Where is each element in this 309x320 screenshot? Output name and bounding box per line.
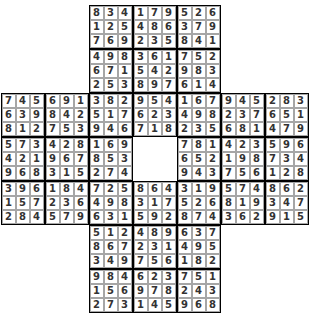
cell-r10c21[interactable]: 6 — [294, 138, 308, 152]
block-r2c4: 361542897 — [133, 49, 177, 93]
cell-r20c15[interactable]: 3 — [206, 284, 220, 298]
cell-r10c6[interactable]: 8 — [74, 138, 88, 152]
cell-r15c12[interactable]: 2 — [162, 210, 176, 224]
cell-r3c8[interactable]: 6 — [104, 34, 118, 48]
cell-r4c10[interactable]: 3 — [134, 50, 148, 64]
cell-r14c18[interactable]: 9 — [250, 196, 264, 210]
cell-r11c13[interactable]: 6 — [178, 152, 192, 166]
cell-r14c9[interactable]: 8 — [118, 196, 132, 210]
cell-r3c9[interactable]: 9 — [118, 34, 132, 48]
cell-r11c1[interactable]: 4 — [2, 152, 16, 166]
cell-r2c15[interactable]: 9 — [206, 20, 220, 34]
cell-r18c12[interactable]: 6 — [162, 254, 176, 268]
cell-r11c18[interactable]: 8 — [250, 152, 264, 166]
cell-r6c13[interactable]: 6 — [178, 78, 192, 92]
cell-r12c8[interactable]: 7 — [104, 166, 118, 180]
cell-r7c3[interactable]: 5 — [30, 94, 44, 108]
cell-r5c9[interactable]: 1 — [118, 64, 132, 78]
cell-r18c13[interactable]: 1 — [178, 254, 192, 268]
cell-r8c20[interactable]: 5 — [280, 108, 294, 122]
cell-r9c15[interactable]: 5 — [206, 122, 220, 136]
cell-r10c20[interactable]: 9 — [280, 138, 294, 152]
cell-r15c4[interactable]: 5 — [46, 210, 60, 224]
cell-r16c9[interactable]: 2 — [118, 226, 132, 240]
cell-r14c4[interactable]: 2 — [46, 196, 60, 210]
cell-r20c12[interactable]: 8 — [162, 284, 176, 298]
cell-r11c15[interactable]: 2 — [206, 152, 220, 166]
cell-r1c14[interactable]: 2 — [192, 6, 206, 20]
cell-r8c17[interactable]: 3 — [236, 108, 250, 122]
cell-r20c7[interactable]: 1 — [90, 284, 104, 298]
cell-r7c20[interactable]: 8 — [280, 94, 294, 108]
cell-r15c15[interactable]: 4 — [206, 210, 220, 224]
cell-r21c9[interactable]: 3 — [118, 298, 132, 312]
cell-r15c10[interactable]: 5 — [134, 210, 148, 224]
cell-r2c9[interactable]: 5 — [118, 20, 132, 34]
cell-r11c20[interactable]: 3 — [280, 152, 294, 166]
cell-r21c11[interactable]: 4 — [148, 298, 162, 312]
cell-r4c15[interactable]: 2 — [206, 50, 220, 64]
cell-r11c2[interactable]: 2 — [16, 152, 30, 166]
cell-r14c21[interactable]: 7 — [294, 196, 308, 210]
cell-r2c12[interactable]: 6 — [162, 20, 176, 34]
cell-r12c21[interactable]: 8 — [294, 166, 308, 180]
cell-r1c10[interactable]: 1 — [134, 6, 148, 20]
cell-r16c14[interactable]: 3 — [192, 226, 206, 240]
cell-r21c10[interactable]: 1 — [134, 298, 148, 312]
cell-r20c14[interactable]: 4 — [192, 284, 206, 298]
cell-r21c13[interactable]: 9 — [178, 298, 192, 312]
cell-r15c8[interactable]: 3 — [104, 210, 118, 224]
cell-r6c14[interactable]: 1 — [192, 78, 206, 92]
cell-r2c14[interactable]: 7 — [192, 20, 206, 34]
cell-r10c13[interactable]: 7 — [178, 138, 192, 152]
cell-r15c5[interactable]: 7 — [60, 210, 74, 224]
cell-r15c2[interactable]: 8 — [16, 210, 30, 224]
cell-r7c2[interactable]: 4 — [16, 94, 30, 108]
cell-r7c10[interactable]: 9 — [134, 94, 148, 108]
cell-r10c16[interactable]: 4 — [222, 138, 236, 152]
cell-r12c5[interactable]: 1 — [60, 166, 74, 180]
cell-r7c4[interactable]: 6 — [46, 94, 60, 108]
cell-r10c19[interactable]: 5 — [266, 138, 280, 152]
cell-r17c15[interactable]: 5 — [206, 240, 220, 254]
cell-r14c20[interactable]: 4 — [280, 196, 294, 210]
cell-r10c14[interactable]: 8 — [192, 138, 206, 152]
cell-r11c14[interactable]: 5 — [192, 152, 206, 166]
cell-r14c14[interactable]: 2 — [192, 196, 206, 210]
cell-r7c16[interactable]: 9 — [222, 94, 236, 108]
cell-r9c16[interactable]: 6 — [222, 122, 236, 136]
cell-r14c11[interactable]: 1 — [148, 196, 162, 210]
cell-r13c14[interactable]: 1 — [192, 182, 206, 196]
cell-r1c13[interactable]: 5 — [178, 6, 192, 20]
cell-r16c15[interactable]: 7 — [206, 226, 220, 240]
cell-r9c17[interactable]: 8 — [236, 122, 250, 136]
cell-r8c11[interactable]: 2 — [148, 108, 162, 122]
cell-r4c14[interactable]: 5 — [192, 50, 206, 64]
cell-r13c8[interactable]: 2 — [104, 182, 118, 196]
cell-r17c12[interactable]: 1 — [162, 240, 176, 254]
cell-r18c15[interactable]: 2 — [206, 254, 220, 268]
block-r6c4: 489231756 — [133, 225, 177, 269]
cell-r19c13[interactable]: 7 — [178, 270, 192, 284]
cell-r14c8[interactable]: 9 — [104, 196, 118, 210]
cell-r12c3[interactable]: 8 — [30, 166, 44, 180]
cell-r13c3[interactable]: 6 — [30, 182, 44, 196]
cell-r18c7[interactable]: 3 — [90, 254, 104, 268]
cell-r13c9[interactable]: 5 — [118, 182, 132, 196]
cell-r13c4[interactable]: 1 — [46, 182, 60, 196]
cell-r2c8[interactable]: 2 — [104, 20, 118, 34]
cell-r5c15[interactable]: 3 — [206, 64, 220, 78]
cell-r9c19[interactable]: 4 — [266, 122, 280, 136]
cell-r18c11[interactable]: 5 — [148, 254, 162, 268]
cell-r12c14[interactable]: 4 — [192, 166, 206, 180]
cell-r10c8[interactable]: 6 — [104, 138, 118, 152]
cell-r19c14[interactable]: 5 — [192, 270, 206, 284]
cell-r9c13[interactable]: 2 — [178, 122, 192, 136]
cell-r13c7[interactable]: 7 — [90, 182, 104, 196]
cell-r20c8[interactable]: 5 — [104, 284, 118, 298]
cell-r10c18[interactable]: 3 — [250, 138, 264, 152]
cell-r15c18[interactable]: 2 — [250, 210, 264, 224]
cell-r13c20[interactable]: 6 — [280, 182, 294, 196]
cell-r21c15[interactable]: 8 — [206, 298, 220, 312]
cell-r7c12[interactable]: 4 — [162, 94, 176, 108]
cell-r10c7[interactable]: 1 — [90, 138, 104, 152]
cell-r15c9[interactable]: 1 — [118, 210, 132, 224]
cell-r7c14[interactable]: 6 — [192, 94, 206, 108]
cell-r9c1[interactable]: 8 — [2, 122, 16, 136]
cell-r11c9[interactable]: 3 — [118, 152, 132, 166]
block-r3c7: 283651479 — [265, 93, 309, 137]
cell-r12c15[interactable]: 3 — [206, 166, 220, 180]
cell-r16c7[interactable]: 5 — [90, 226, 104, 240]
cell-r21c12[interactable]: 5 — [162, 298, 176, 312]
cell-r15c13[interactable]: 8 — [178, 210, 192, 224]
cell-r14c13[interactable]: 5 — [178, 196, 192, 210]
cell-r14c2[interactable]: 5 — [16, 196, 30, 210]
cell-r15c7[interactable]: 6 — [90, 210, 104, 224]
cell-r14c16[interactable]: 8 — [222, 196, 236, 210]
cell-r15c16[interactable]: 3 — [222, 210, 236, 224]
cell-r9c12[interactable]: 8 — [162, 122, 176, 136]
cell-r7c18[interactable]: 5 — [250, 94, 264, 108]
cell-r11c4[interactable]: 9 — [46, 152, 60, 166]
cell-r6c8[interactable]: 5 — [104, 78, 118, 92]
cell-r6c12[interactable]: 7 — [162, 78, 176, 92]
cell-r21c8[interactable]: 7 — [104, 298, 118, 312]
cell-r3c14[interactable]: 4 — [192, 34, 206, 48]
cell-r9c20[interactable]: 7 — [280, 122, 294, 136]
cell-r13c12[interactable]: 4 — [162, 182, 176, 196]
cell-r8c3[interactable]: 9 — [30, 108, 44, 122]
cell-r15c20[interactable]: 1 — [280, 210, 294, 224]
cell-r14c19[interactable]: 3 — [266, 196, 280, 210]
cell-r3c13[interactable]: 8 — [178, 34, 192, 48]
cell-r4c7[interactable]: 4 — [90, 50, 104, 64]
cell-r8c9[interactable]: 7 — [118, 108, 132, 122]
cell-r7c5[interactable]: 9 — [60, 94, 74, 108]
cell-r14c17[interactable]: 1 — [236, 196, 250, 210]
cell-r10c9[interactable]: 9 — [118, 138, 132, 152]
cell-r4c11[interactable]: 6 — [148, 50, 162, 64]
cell-r5c11[interactable]: 4 — [148, 64, 162, 78]
cell-r13c16[interactable]: 5 — [222, 182, 236, 196]
cell-r9c7[interactable]: 9 — [90, 122, 104, 136]
cell-r2c7[interactable]: 1 — [90, 20, 104, 34]
cell-r14c3[interactable]: 7 — [30, 196, 44, 210]
cell-r11c8[interactable]: 5 — [104, 152, 118, 166]
cell-r8c2[interactable]: 3 — [16, 108, 30, 122]
cell-r9c2[interactable]: 1 — [16, 122, 30, 136]
cell-r15c1[interactable]: 2 — [2, 210, 16, 224]
empty-region — [265, 269, 309, 313]
cell-r9c9[interactable]: 6 — [118, 122, 132, 136]
cell-r14c6[interactable]: 6 — [74, 196, 88, 210]
cell-r8c15[interactable]: 8 — [206, 108, 220, 122]
cell-r18c10[interactable]: 7 — [134, 254, 148, 268]
cell-r5c14[interactable]: 8 — [192, 64, 206, 78]
cell-r8c7[interactable]: 5 — [90, 108, 104, 122]
cell-r16c8[interactable]: 1 — [104, 226, 118, 240]
cell-r20c9[interactable]: 6 — [118, 284, 132, 298]
cell-r8c18[interactable]: 7 — [250, 108, 264, 122]
cell-r12c18[interactable]: 6 — [250, 166, 264, 180]
cell-r4c13[interactable]: 7 — [178, 50, 192, 64]
cell-r18c9[interactable]: 9 — [118, 254, 132, 268]
block-r5c7: 862347915 — [265, 181, 309, 225]
cell-r1c15[interactable]: 6 — [206, 6, 220, 20]
cell-r12c13[interactable]: 9 — [178, 166, 192, 180]
cell-r11c7[interactable]: 8 — [90, 152, 104, 166]
cell-r12c17[interactable]: 5 — [236, 166, 250, 180]
cell-r11c17[interactable]: 9 — [236, 152, 250, 166]
cell-r8c6[interactable]: 2 — [74, 108, 88, 122]
cell-r5c10[interactable]: 5 — [134, 64, 148, 78]
cell-r8c13[interactable]: 4 — [178, 108, 192, 122]
cell-r14c10[interactable]: 3 — [134, 196, 148, 210]
cell-r17c9[interactable]: 7 — [118, 240, 132, 254]
cell-r7c17[interactable]: 4 — [236, 94, 250, 108]
cell-r19c15[interactable]: 1 — [206, 270, 220, 284]
cell-r1c8[interactable]: 3 — [104, 6, 118, 20]
cell-r13c6[interactable]: 4 — [74, 182, 88, 196]
cell-r7c15[interactable]: 7 — [206, 94, 220, 108]
empty-region — [265, 49, 309, 93]
cell-r6c11[interactable]: 9 — [148, 78, 162, 92]
cell-r17c10[interactable]: 2 — [134, 240, 148, 254]
cell-r9c18[interactable]: 1 — [250, 122, 264, 136]
cell-r16c12[interactable]: 9 — [162, 226, 176, 240]
cell-r13c10[interactable]: 8 — [134, 182, 148, 196]
cell-r9c5[interactable]: 5 — [60, 122, 74, 136]
cell-r17c7[interactable]: 8 — [90, 240, 104, 254]
cell-r17c8[interactable]: 6 — [104, 240, 118, 254]
cell-r4c9[interactable]: 8 — [118, 50, 132, 64]
cell-r7c9[interactable]: 2 — [118, 94, 132, 108]
cell-r7c1[interactable]: 7 — [2, 94, 16, 108]
cell-r8c1[interactable]: 6 — [2, 108, 16, 122]
cell-r13c17[interactable]: 7 — [236, 182, 250, 196]
cell-r11c21[interactable]: 4 — [294, 152, 308, 166]
cell-r18c8[interactable]: 4 — [104, 254, 118, 268]
cell-r6c15[interactable]: 4 — [206, 78, 220, 92]
cell-r12c1[interactable]: 9 — [2, 166, 16, 180]
cell-r8c21[interactable]: 1 — [294, 108, 308, 122]
block-r3c3: 382517946 — [89, 93, 133, 137]
cell-r6c9[interactable]: 3 — [118, 78, 132, 92]
cell-r12c4[interactable]: 3 — [46, 166, 60, 180]
cell-r13c1[interactable]: 3 — [2, 182, 16, 196]
cell-r2c13[interactable]: 3 — [178, 20, 192, 34]
cell-r12c2[interactable]: 6 — [16, 166, 30, 180]
cell-r14c5[interactable]: 3 — [60, 196, 74, 210]
cell-r12c9[interactable]: 4 — [118, 166, 132, 180]
cell-r11c6[interactable]: 7 — [74, 152, 88, 166]
cell-r12c19[interactable]: 1 — [266, 166, 280, 180]
cell-r14c1[interactable]: 1 — [2, 196, 16, 210]
cell-r19c10[interactable]: 6 — [134, 270, 148, 284]
cell-r8c4[interactable]: 8 — [46, 108, 60, 122]
cell-r19c9[interactable]: 4 — [118, 270, 132, 284]
cell-r6c10[interactable]: 8 — [134, 78, 148, 92]
cell-r16c11[interactable]: 8 — [148, 226, 162, 240]
cell-r10c17[interactable]: 2 — [236, 138, 250, 152]
cell-r9c21[interactable]: 9 — [294, 122, 308, 136]
cell-r21c14[interactable]: 6 — [192, 298, 206, 312]
cell-r12c16[interactable]: 7 — [222, 166, 236, 180]
cell-r9c11[interactable]: 1 — [148, 122, 162, 136]
cell-r13c19[interactable]: 8 — [266, 182, 280, 196]
cell-r10c15[interactable]: 1 — [206, 138, 220, 152]
cell-r3c7[interactable]: 7 — [90, 34, 104, 48]
block-r4c6: 423198756 — [221, 137, 265, 181]
cell-r3c10[interactable]: 2 — [134, 34, 148, 48]
cell-r8c12[interactable]: 3 — [162, 108, 176, 122]
cell-r7c21[interactable]: 3 — [294, 94, 308, 108]
cell-r4c8[interactable]: 9 — [104, 50, 118, 64]
cell-r13c2[interactable]: 9 — [16, 182, 30, 196]
cell-r8c5[interactable]: 4 — [60, 108, 74, 122]
cell-r2c10[interactable]: 4 — [134, 20, 148, 34]
cell-r14c7[interactable]: 4 — [90, 196, 104, 210]
cell-r10c5[interactable]: 2 — [60, 138, 74, 152]
cell-r16c13[interactable]: 6 — [178, 226, 192, 240]
cell-r9c6[interactable]: 3 — [74, 122, 88, 136]
cell-r10c1[interactable]: 5 — [2, 138, 16, 152]
cell-r19c11[interactable]: 2 — [148, 270, 162, 284]
cell-r17c13[interactable]: 4 — [178, 240, 192, 254]
cell-r15c6[interactable]: 9 — [74, 210, 88, 224]
cell-r13c5[interactable]: 8 — [60, 182, 74, 196]
cell-r9c14[interactable]: 3 — [192, 122, 206, 136]
cell-r2c11[interactable]: 8 — [148, 20, 162, 34]
cell-r8c14[interactable]: 9 — [192, 108, 206, 122]
cell-r15c19[interactable]: 9 — [266, 210, 280, 224]
cell-r21c7[interactable]: 2 — [90, 298, 104, 312]
cell-r1c7[interactable]: 8 — [90, 6, 104, 20]
cell-r12c7[interactable]: 2 — [90, 166, 104, 180]
cell-r20c13[interactable]: 2 — [178, 284, 192, 298]
cell-r8c19[interactable]: 6 — [266, 108, 280, 122]
cell-r5c8[interactable]: 7 — [104, 64, 118, 78]
cell-r9c10[interactable]: 7 — [134, 122, 148, 136]
cell-r20c11[interactable]: 7 — [148, 284, 162, 298]
block-r5c5: 319526874 — [177, 181, 221, 225]
cell-r10c3[interactable]: 3 — [30, 138, 44, 152]
cell-r8c10[interactable]: 6 — [134, 108, 148, 122]
cell-r15c21[interactable]: 5 — [294, 210, 308, 224]
cell-r19c12[interactable]: 3 — [162, 270, 176, 284]
cell-r18c14[interactable]: 8 — [192, 254, 206, 268]
block-r5c4: 864317592 — [133, 181, 177, 225]
cell-r1c12[interactable]: 9 — [162, 6, 176, 20]
cell-r8c16[interactable]: 2 — [222, 108, 236, 122]
cell-r7c11[interactable]: 5 — [148, 94, 162, 108]
cell-r9c3[interactable]: 2 — [30, 122, 44, 136]
cell-r14c12[interactable]: 7 — [162, 196, 176, 210]
cell-r7c19[interactable]: 2 — [266, 94, 280, 108]
cell-r20c10[interactable]: 9 — [134, 284, 148, 298]
block-r5c2: 184236579 — [45, 181, 89, 225]
cell-r12c20[interactable]: 2 — [280, 166, 294, 180]
cell-r1c11[interactable]: 7 — [148, 6, 162, 20]
cell-r17c11[interactable]: 3 — [148, 240, 162, 254]
cell-r12c6[interactable]: 5 — [74, 166, 88, 180]
cell-r15c11[interactable]: 9 — [148, 210, 162, 224]
cell-r5c12[interactable]: 2 — [162, 64, 176, 78]
cell-r14c15[interactable]: 6 — [206, 196, 220, 210]
cell-r5c13[interactable]: 9 — [178, 64, 192, 78]
cell-r7c13[interactable]: 1 — [178, 94, 192, 108]
cell-r5c7[interactable]: 6 — [90, 64, 104, 78]
cell-r16c10[interactable]: 4 — [134, 226, 148, 240]
cell-r8c8[interactable]: 1 — [104, 108, 118, 122]
cell-r15c3[interactable]: 4 — [30, 210, 44, 224]
cell-r9c8[interactable]: 4 — [104, 122, 118, 136]
cell-r19c8[interactable]: 8 — [104, 270, 118, 284]
cell-r3c11[interactable]: 3 — [148, 34, 162, 48]
cell-r13c15[interactable]: 9 — [206, 182, 220, 196]
cell-r6c7[interactable]: 2 — [90, 78, 104, 92]
cell-r7c8[interactable]: 8 — [104, 94, 118, 108]
cell-r13c13[interactable]: 3 — [178, 182, 192, 196]
cell-r13c21[interactable]: 2 — [294, 182, 308, 196]
cell-r19c7[interactable]: 9 — [90, 270, 104, 284]
cell-r17c14[interactable]: 9 — [192, 240, 206, 254]
cell-r9c4[interactable]: 7 — [46, 122, 60, 136]
cell-r3c15[interactable]: 1 — [206, 34, 220, 48]
cell-r11c3[interactable]: 1 — [30, 152, 44, 166]
cell-r7c6[interactable]: 1 — [74, 94, 88, 108]
block-r6c5: 637495182 — [177, 225, 221, 269]
cell-r7c7[interactable]: 3 — [90, 94, 104, 108]
cell-r15c17[interactable]: 6 — [236, 210, 250, 224]
cell-r3c12[interactable]: 5 — [162, 34, 176, 48]
cell-r10c4[interactable]: 4 — [46, 138, 60, 152]
cell-r11c16[interactable]: 1 — [222, 152, 236, 166]
cell-r10c2[interactable]: 7 — [16, 138, 30, 152]
cell-r15c14[interactable]: 7 — [192, 210, 206, 224]
cell-r13c18[interactable]: 4 — [250, 182, 264, 196]
cell-r11c19[interactable]: 7 — [266, 152, 280, 166]
cell-r13c11[interactable]: 6 — [148, 182, 162, 196]
cell-r1c9[interactable]: 4 — [118, 6, 132, 20]
cell-r11c5[interactable]: 6 — [60, 152, 74, 166]
cell-r4c12[interactable]: 1 — [162, 50, 176, 64]
